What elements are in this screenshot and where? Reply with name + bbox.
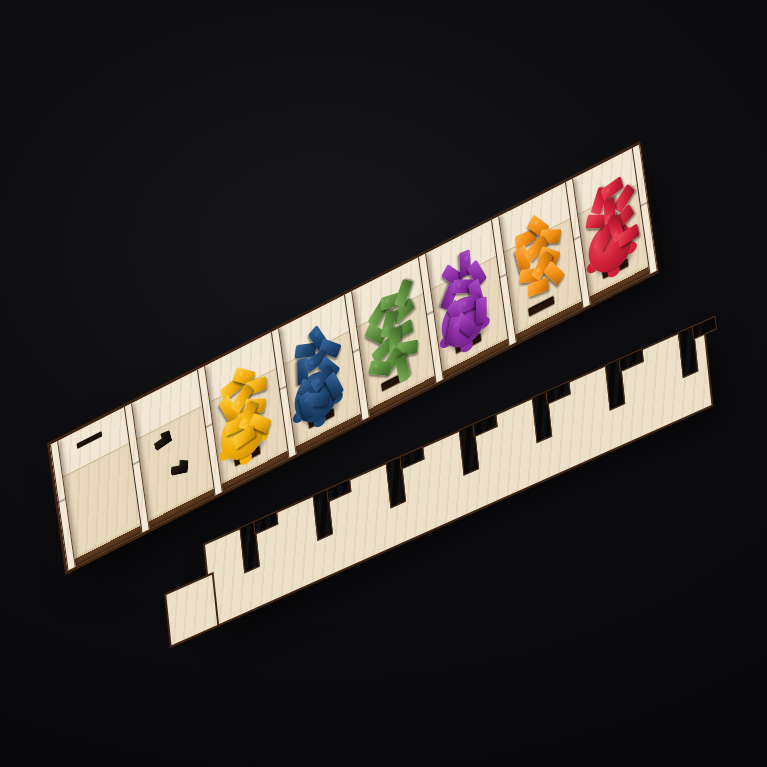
block-knob: [308, 358, 316, 369]
piece-block-purple: [475, 296, 486, 325]
block-knob: [535, 265, 544, 276]
block-knob: [461, 300, 468, 310]
photo-scene: [0, 0, 767, 767]
block-knob: [312, 329, 321, 340]
block-knob: [234, 397, 243, 408]
lid-left-step-tab: [166, 575, 217, 646]
block-knob: [314, 376, 323, 387]
black-token: [170, 458, 188, 476]
piece-block-green: [368, 360, 391, 375]
floor-slot: [528, 296, 554, 316]
block-knob: [372, 363, 380, 371]
lid-step-notch: [619, 348, 644, 372]
compartment-red: [568, 144, 659, 307]
block-knob: [384, 297, 390, 307]
lid-step-notch: [472, 413, 497, 437]
block-knob: [301, 396, 309, 407]
block-knob: [528, 246, 537, 257]
block-knob: [461, 254, 468, 264]
lid-step-notch: [399, 446, 424, 470]
block-knob: [604, 185, 612, 196]
block-knob: [451, 322, 459, 330]
block-knob: [531, 218, 540, 229]
lid-step-notch: [253, 511, 278, 535]
lid-step-notch: [546, 381, 571, 405]
black-token: [152, 428, 172, 452]
lid-step-notch: [692, 316, 717, 340]
block-knob: [237, 370, 245, 379]
block-knob: [455, 282, 463, 290]
back-wall-slit: [77, 431, 103, 449]
lid-step-notch: [326, 478, 351, 502]
